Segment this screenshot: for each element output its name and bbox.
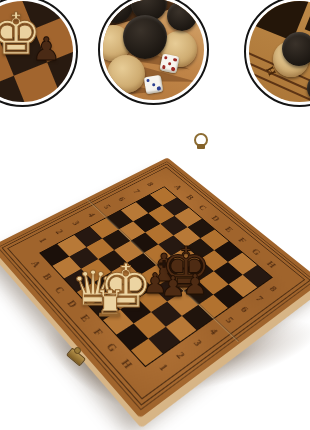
rank-label-2: 2 xyxy=(54,228,66,235)
die-three xyxy=(144,75,163,94)
rank-label-1: 1 xyxy=(37,237,49,245)
rank-label-6: 6 xyxy=(117,196,128,203)
rank-label-8: 8 xyxy=(268,284,279,293)
inset1-clip: ♛ ♚ ♟ xyxy=(0,1,73,102)
file-label-a: A xyxy=(173,183,184,190)
die-pip xyxy=(164,56,168,60)
brass-hinge-base xyxy=(197,144,205,149)
file-label-h: H xyxy=(265,259,278,269)
inset-photo-backgammon-closeup xyxy=(98,0,209,105)
dark-checker-disc xyxy=(282,32,310,66)
black-pawn-piece: ♟ xyxy=(182,271,207,299)
rank-label-5: 5 xyxy=(223,315,235,324)
brass-latch-knob xyxy=(74,347,81,354)
file-label-g: G xyxy=(105,341,120,353)
die-pip xyxy=(151,82,155,86)
file-label-f: F xyxy=(92,327,106,338)
product-photo: ABCDEFGH ABCDEFGH 87654321 87654321 ♛♜♚♝… xyxy=(0,0,310,430)
die-five xyxy=(159,53,179,73)
die-pip xyxy=(157,86,161,90)
rank-label-8: 8 xyxy=(145,181,155,187)
dark-checker-disc xyxy=(167,1,197,31)
rank-label-7: 7 xyxy=(131,188,141,194)
rank-label-2: 2 xyxy=(174,350,187,360)
file-label-h: H xyxy=(120,357,135,370)
inset-photo-chess-closeup: ♛ ♚ ♟ xyxy=(0,0,78,107)
inset1-dark-pawn: ♟ xyxy=(32,33,61,65)
file-label-a: A xyxy=(29,259,43,269)
file-label-g: G xyxy=(250,247,263,256)
file-label-d: D xyxy=(210,214,222,222)
file-label-c: C xyxy=(53,285,67,295)
inset-photo-checkers-closeup: H xyxy=(244,0,310,107)
file-label-e: E xyxy=(223,225,235,233)
rank-label-7: 7 xyxy=(254,294,265,303)
rank-label-4: 4 xyxy=(86,211,97,218)
rank-label-4: 4 xyxy=(208,327,220,337)
die-pip xyxy=(171,67,175,71)
die-pip xyxy=(173,58,177,62)
white-rook-piece: ♜ xyxy=(94,286,126,322)
file-label-b: B xyxy=(185,193,196,200)
file-label-f: F xyxy=(237,236,248,244)
inset2-clip xyxy=(103,0,204,100)
dark-checker-disc xyxy=(123,15,167,59)
rank-label-3: 3 xyxy=(70,219,81,226)
rank-label-3: 3 xyxy=(191,338,204,348)
die-pip xyxy=(146,78,150,82)
black-pawn-piece: ♟ xyxy=(160,273,185,301)
rank-label-1: 1 xyxy=(157,362,170,373)
die-pip xyxy=(167,61,171,65)
rank-label-5: 5 xyxy=(102,203,113,210)
file-label-c: C xyxy=(197,204,209,212)
rank-label-6: 6 xyxy=(239,305,251,314)
light-checker-disc xyxy=(107,55,145,93)
inset3-clip: H xyxy=(249,1,310,102)
file-label-b: B xyxy=(41,272,54,282)
die-pip xyxy=(162,65,166,69)
